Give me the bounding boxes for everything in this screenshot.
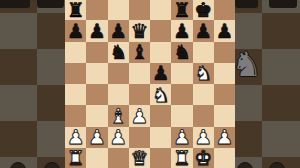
square-c3: ♝ <box>108 105 129 126</box>
square-h1 <box>214 148 235 168</box>
square-h6 <box>214 42 235 63</box>
square-f1: ♜ <box>171 148 192 168</box>
square-c4 <box>108 84 129 105</box>
piece-black-knight: ♞ <box>173 42 191 62</box>
piece-black-pawn: ♟ <box>67 20 85 40</box>
square-g2: ♟ <box>193 127 214 148</box>
piece-white-pawn: ♟ <box>173 127 191 147</box>
piece-black-pawn: ♟ <box>215 20 233 40</box>
square-a4 <box>65 84 86 105</box>
chess-board: ♜♜♚♟♟♟♛♟♟♟♞♝♞♟♞♞♝♟♟♟♟♟♟♟♜♛♜♚ <box>65 0 235 168</box>
square-a1: ♜ <box>65 148 86 168</box>
square-d5 <box>129 63 150 84</box>
background-square <box>0 121 37 157</box>
square-e3 <box>150 105 171 126</box>
piece-white-pawn: ♟ <box>109 127 127 147</box>
square-h5 <box>214 63 235 84</box>
piece-black-pawn: ♟ <box>194 20 212 40</box>
square-b7: ♟ <box>86 20 107 41</box>
square-g5: ♞ <box>193 63 214 84</box>
piece-white-queen: ♛ <box>130 148 148 168</box>
background-square <box>262 13 300 49</box>
square-g6 <box>193 42 214 63</box>
square-g3 <box>193 105 214 126</box>
square-d3: ♟ <box>129 105 150 126</box>
square-e1 <box>150 148 171 168</box>
square-b6 <box>86 42 107 63</box>
square-f5 <box>171 63 192 84</box>
piece-white-pawn: ♟ <box>215 127 233 147</box>
background-piece-base <box>37 0 64 8</box>
piece-black-pawn: ♟ <box>152 63 170 83</box>
video-frame: ♞ ♜♜♚♟♟♟♛♟♟♟♞♝♞♟♞♞♝♟♟♟♟♟♟♟♜♛♜♚ <box>0 0 300 168</box>
square-f6: ♞ <box>171 42 192 63</box>
square-e7 <box>150 20 171 41</box>
piece-black-rook: ♜ <box>67 0 85 19</box>
background-knight-icon: ♞ <box>231 44 263 84</box>
square-h8 <box>214 0 235 20</box>
square-b2: ♟ <box>86 127 107 148</box>
square-e2 <box>150 127 171 148</box>
square-h3 <box>214 105 235 126</box>
square-g1: ♚ <box>193 148 214 168</box>
background-piece-base <box>235 0 258 8</box>
square-a7: ♟ <box>65 20 86 41</box>
piece-black-pawn: ♟ <box>173 20 191 40</box>
background-square <box>262 121 300 157</box>
square-a5 <box>65 63 86 84</box>
background-piece-base <box>0 0 30 8</box>
square-f4 <box>171 84 192 105</box>
square-h2: ♟ <box>214 127 235 148</box>
piece-white-rook: ♜ <box>173 148 191 168</box>
square-c7: ♟ <box>108 20 129 41</box>
square-d6: ♝ <box>129 42 150 63</box>
background-square <box>0 49 37 85</box>
square-g7: ♟ <box>193 20 214 41</box>
square-a3 <box>65 105 86 126</box>
piece-black-bishop: ♝ <box>130 42 148 62</box>
square-h7: ♟ <box>214 20 235 41</box>
square-b3 <box>86 105 107 126</box>
square-b5 <box>86 63 107 84</box>
piece-black-rook: ♜ <box>173 0 191 19</box>
background-square <box>262 85 300 121</box>
piece-white-bishop: ♝ <box>109 105 127 125</box>
piece-white-rook: ♜ <box>67 148 85 168</box>
square-f2: ♟ <box>171 127 192 148</box>
background-square <box>0 13 37 49</box>
square-h4 <box>214 84 235 105</box>
square-e6 <box>150 42 171 63</box>
square-b1 <box>86 148 107 168</box>
square-f8: ♜ <box>171 0 192 20</box>
piece-white-pawn: ♟ <box>67 127 85 147</box>
square-g8: ♚ <box>193 0 214 20</box>
square-e5: ♟ <box>150 63 171 84</box>
square-f3 <box>171 105 192 126</box>
square-c8 <box>108 0 129 20</box>
square-a6 <box>65 42 86 63</box>
piece-white-knight: ♞ <box>152 84 170 104</box>
piece-white-pawn: ♟ <box>88 127 106 147</box>
piece-white-king: ♚ <box>194 148 212 168</box>
square-d4 <box>129 84 150 105</box>
piece-white-pawn: ♟ <box>130 105 148 125</box>
background-piece-base <box>269 0 297 8</box>
square-d1: ♛ <box>129 148 150 168</box>
piece-black-knight: ♞ <box>109 42 127 62</box>
square-d7: ♛ <box>129 20 150 41</box>
square-b8 <box>86 0 107 20</box>
square-a8: ♜ <box>65 0 86 20</box>
square-g4 <box>193 84 214 105</box>
piece-white-knight: ♞ <box>194 63 212 83</box>
square-e8 <box>150 0 171 20</box>
piece-black-king: ♚ <box>194 0 212 19</box>
square-c2: ♟ <box>108 127 129 148</box>
square-b4 <box>86 84 107 105</box>
piece-black-pawn: ♟ <box>88 20 106 40</box>
background-square <box>262 49 300 85</box>
square-a2: ♟ <box>65 127 86 148</box>
square-c6: ♞ <box>108 42 129 63</box>
square-c5 <box>108 63 129 84</box>
square-d2 <box>129 127 150 148</box>
square-e4: ♞ <box>150 84 171 105</box>
piece-white-pawn: ♟ <box>194 127 212 147</box>
piece-black-pawn: ♟ <box>109 20 127 40</box>
square-c1 <box>108 148 129 168</box>
square-f7: ♟ <box>171 20 192 41</box>
background-square <box>0 85 37 121</box>
square-d8 <box>129 0 150 20</box>
piece-black-queen: ♛ <box>130 20 148 40</box>
